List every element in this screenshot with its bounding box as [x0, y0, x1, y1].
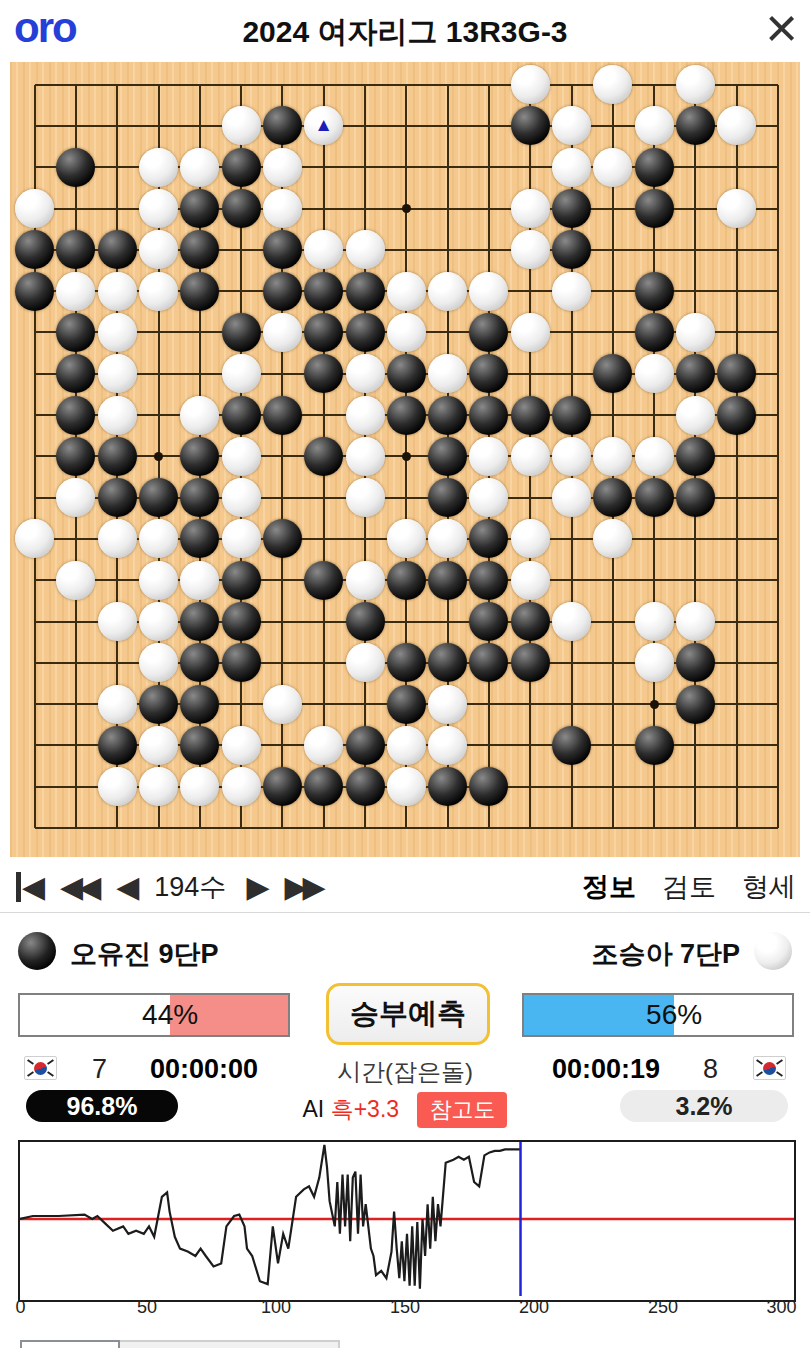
board-cell[interactable] [262, 147, 303, 188]
board-cell[interactable] [386, 394, 427, 435]
board-cell[interactable] [97, 560, 138, 601]
board-cell[interactable] [138, 518, 179, 559]
board-cell[interactable] [14, 560, 55, 601]
board-cell[interactable] [510, 436, 551, 477]
board-cell[interactable] [220, 436, 261, 477]
board-cell[interactable] [592, 683, 633, 724]
board-cell[interactable] [97, 601, 138, 642]
tab-review[interactable]: 검토 [662, 869, 716, 905]
board-cell[interactable] [551, 270, 592, 311]
board-cell[interactable] [551, 766, 592, 807]
board-cell[interactable] [97, 683, 138, 724]
board-cell[interactable] [220, 270, 261, 311]
board-cell[interactable] [551, 64, 592, 105]
board-cell[interactable] [303, 312, 344, 353]
board-cell[interactable] [303, 807, 344, 848]
board-cell[interactable] [427, 766, 468, 807]
board-cell[interactable] [262, 683, 303, 724]
board-cell[interactable] [344, 807, 385, 848]
board-cell[interactable] [344, 683, 385, 724]
board-cell[interactable] [757, 766, 798, 807]
board-cell[interactable] [303, 229, 344, 270]
board-cell[interactable] [633, 188, 674, 229]
board-cell[interactable] [468, 353, 509, 394]
board-cell[interactable] [386, 518, 427, 559]
board-cell[interactable] [716, 518, 757, 559]
board-cell[interactable] [427, 353, 468, 394]
board-cell[interactable] [427, 807, 468, 848]
board-cell[interactable] [262, 518, 303, 559]
board-cell[interactable] [262, 807, 303, 848]
board-cell[interactable] [551, 601, 592, 642]
board-cell[interactable] [468, 229, 509, 270]
board-cell[interactable] [757, 394, 798, 435]
board-cell[interactable] [757, 312, 798, 353]
board-cell[interactable] [179, 436, 220, 477]
board-cell[interactable] [97, 394, 138, 435]
board-cell[interactable] [55, 683, 96, 724]
board-cell[interactable] [716, 807, 757, 848]
board-cell[interactable] [179, 353, 220, 394]
board-cell[interactable] [675, 642, 716, 683]
board-cell[interactable] [344, 766, 385, 807]
board-cell[interactable] [386, 64, 427, 105]
board-cell[interactable] [633, 766, 674, 807]
board-cell[interactable] [303, 64, 344, 105]
board-cell[interactable] [592, 436, 633, 477]
board-cell[interactable] [510, 807, 551, 848]
board-cell[interactable] [138, 601, 179, 642]
board-cell[interactable] [344, 229, 385, 270]
board-cell[interactable] [757, 601, 798, 642]
board-cell[interactable] [675, 560, 716, 601]
board-cell[interactable] [510, 105, 551, 146]
board-cell[interactable] [551, 642, 592, 683]
board-cell[interactable] [757, 807, 798, 848]
board-cell[interactable] [427, 188, 468, 229]
board-cell[interactable] [262, 188, 303, 229]
board-cell[interactable] [592, 353, 633, 394]
board-cell[interactable] [303, 683, 344, 724]
board-cell[interactable] [14, 312, 55, 353]
board-cell[interactable] [510, 229, 551, 270]
board-cell[interactable] [510, 560, 551, 601]
board-cell[interactable] [344, 147, 385, 188]
board-cell[interactable] [55, 147, 96, 188]
board-cell[interactable] [344, 477, 385, 518]
board-cell[interactable] [551, 312, 592, 353]
board-cell[interactable] [55, 725, 96, 766]
board-cell[interactable] [716, 353, 757, 394]
board-cell[interactable] [138, 560, 179, 601]
board-cell[interactable] [138, 683, 179, 724]
board-cell[interactable] [138, 436, 179, 477]
board-cell[interactable] [386, 642, 427, 683]
board-cell[interactable] [427, 105, 468, 146]
board-cell[interactable] [344, 560, 385, 601]
board-cell[interactable] [675, 518, 716, 559]
board-cell[interactable] [633, 807, 674, 848]
board-cell[interactable] [55, 105, 96, 146]
board-cell[interactable] [592, 394, 633, 435]
board-cell[interactable] [551, 229, 592, 270]
board-cell[interactable] [220, 188, 261, 229]
board-cell[interactable] [592, 270, 633, 311]
board-cell[interactable] [468, 270, 509, 311]
board-cell[interactable] [344, 105, 385, 146]
board-cell[interactable] [386, 312, 427, 353]
board-cell[interactable] [675, 188, 716, 229]
board-cell[interactable] [97, 477, 138, 518]
board-cell[interactable] [179, 188, 220, 229]
board-cell[interactable] [468, 394, 509, 435]
board-cell[interactable] [138, 147, 179, 188]
board-cell[interactable] [592, 229, 633, 270]
board-cell[interactable] [592, 807, 633, 848]
board-cell[interactable] [179, 147, 220, 188]
prev-move-button[interactable]: ◀ [116, 872, 134, 902]
board-cell[interactable] [468, 807, 509, 848]
reference-diagram-button[interactable]: 참고도 [417, 1092, 507, 1128]
board-cell[interactable] [675, 147, 716, 188]
board-cell[interactable] [757, 353, 798, 394]
board-cell[interactable] [551, 477, 592, 518]
board-cell[interactable] [14, 229, 55, 270]
board-cell[interactable] [427, 64, 468, 105]
first-move-button[interactable]: ◀ [16, 872, 40, 902]
board-cell[interactable] [551, 188, 592, 229]
next-move-button[interactable]: ▶ [246, 872, 264, 902]
board-cell[interactable] [427, 683, 468, 724]
board-cell[interactable] [468, 188, 509, 229]
board-cell[interactable] [551, 353, 592, 394]
board-cell[interactable] [675, 436, 716, 477]
board-cell[interactable] [55, 560, 96, 601]
board-cell[interactable] [386, 105, 427, 146]
board-cell[interactable] [55, 353, 96, 394]
board-cell[interactable] [97, 147, 138, 188]
board-cell[interactable] [303, 353, 344, 394]
board-cell[interactable] [14, 353, 55, 394]
board-cell[interactable] [138, 229, 179, 270]
board-cell[interactable] [633, 229, 674, 270]
board-cell[interactable] [220, 477, 261, 518]
board-cell[interactable] [675, 766, 716, 807]
board-cell[interactable] [262, 64, 303, 105]
board-cell[interactable] [551, 560, 592, 601]
board-cell[interactable] [55, 229, 96, 270]
board-cell[interactable] [633, 642, 674, 683]
board-cell[interactable] [220, 64, 261, 105]
tab-territory[interactable]: 형세 [742, 869, 796, 905]
board-cell[interactable] [138, 642, 179, 683]
board-cell[interactable] [14, 436, 55, 477]
board-cell[interactable] [386, 725, 427, 766]
board-cell[interactable] [386, 560, 427, 601]
board-cell[interactable] [138, 188, 179, 229]
board-cell[interactable] [14, 766, 55, 807]
board-cell[interactable] [468, 683, 509, 724]
board-cell[interactable] [592, 64, 633, 105]
board-cell[interactable] [427, 312, 468, 353]
board-cell[interactable] [262, 560, 303, 601]
board-cell[interactable] [468, 642, 509, 683]
board-cell[interactable] [138, 64, 179, 105]
board-cell[interactable] [757, 147, 798, 188]
board-cell[interactable] [716, 601, 757, 642]
board-cell[interactable] [14, 394, 55, 435]
board-cell[interactable] [468, 312, 509, 353]
board-cell[interactable] [510, 188, 551, 229]
board-cell[interactable] [55, 394, 96, 435]
board-cell[interactable] [55, 312, 96, 353]
board-cell[interactable] [716, 394, 757, 435]
board-cell[interactable] [757, 229, 798, 270]
board-cell[interactable] [633, 312, 674, 353]
board-cell[interactable] [262, 766, 303, 807]
board-cell[interactable] [138, 105, 179, 146]
board-cell[interactable] [262, 270, 303, 311]
board-cell[interactable] [551, 394, 592, 435]
board-cell[interactable]: ▲ [303, 105, 344, 146]
board-cell[interactable] [386, 353, 427, 394]
board-cell[interactable] [14, 64, 55, 105]
board-cell[interactable] [138, 353, 179, 394]
board-cell[interactable] [510, 64, 551, 105]
board-cell[interactable] [138, 477, 179, 518]
board-cell[interactable] [55, 477, 96, 518]
go-board[interactable]: ▲ [10, 62, 800, 857]
board-cell[interactable] [97, 518, 138, 559]
board-cell[interactable] [179, 312, 220, 353]
board-cell[interactable] [344, 642, 385, 683]
board-cell[interactable] [757, 683, 798, 724]
board-cell[interactable] [386, 477, 427, 518]
board-cell[interactable] [757, 188, 798, 229]
board-cell[interactable] [592, 642, 633, 683]
board-cell[interactable] [427, 642, 468, 683]
board-cell[interactable] [97, 766, 138, 807]
close-icon[interactable]: × [765, 0, 798, 58]
board-cell[interactable] [757, 64, 798, 105]
board-cell[interactable] [592, 477, 633, 518]
board-cell[interactable] [386, 683, 427, 724]
board-cell[interactable] [427, 725, 468, 766]
board-cell[interactable] [220, 229, 261, 270]
board-cell[interactable] [97, 312, 138, 353]
board-cell[interactable] [386, 807, 427, 848]
board-cell[interactable] [427, 270, 468, 311]
board-cell[interactable] [262, 725, 303, 766]
board-cell[interactable] [427, 518, 468, 559]
board-cell[interactable] [220, 766, 261, 807]
board-cell[interactable] [220, 147, 261, 188]
board-cell[interactable] [344, 188, 385, 229]
board-cell[interactable] [675, 477, 716, 518]
board-cell[interactable] [55, 64, 96, 105]
board-cell[interactable] [386, 436, 427, 477]
board-cell[interactable] [633, 436, 674, 477]
board-cell[interactable] [468, 560, 509, 601]
board-cell[interactable] [592, 105, 633, 146]
board-cell[interactable] [716, 312, 757, 353]
board-cell[interactable] [179, 725, 220, 766]
board-cell[interactable] [14, 270, 55, 311]
board-cell[interactable] [303, 642, 344, 683]
fast-forward-button[interactable]: ▶▶ [284, 872, 320, 902]
board-cell[interactable] [592, 312, 633, 353]
board-cell[interactable] [716, 105, 757, 146]
board-cell[interactable] [510, 518, 551, 559]
board-cell[interactable] [468, 601, 509, 642]
board-cell[interactable] [716, 477, 757, 518]
board-cell[interactable] [592, 725, 633, 766]
board-cell[interactable] [551, 683, 592, 724]
board-cell[interactable] [633, 64, 674, 105]
board-cell[interactable] [220, 601, 261, 642]
board-cell[interactable] [427, 601, 468, 642]
board-cell[interactable] [427, 560, 468, 601]
board-cell[interactable] [220, 394, 261, 435]
board-cell[interactable] [220, 642, 261, 683]
board-cell[interactable] [675, 601, 716, 642]
board-cell[interactable] [179, 105, 220, 146]
board-cell[interactable] [468, 147, 509, 188]
board-cell[interactable] [510, 312, 551, 353]
board-cell[interactable] [55, 188, 96, 229]
board-cell[interactable] [675, 312, 716, 353]
board-cell[interactable] [303, 560, 344, 601]
board-cell[interactable] [344, 64, 385, 105]
board-cell[interactable] [675, 394, 716, 435]
board-cell[interactable] [220, 725, 261, 766]
board-cell[interactable] [427, 147, 468, 188]
board-cell[interactable] [510, 642, 551, 683]
board-cell[interactable] [468, 477, 509, 518]
board-cell[interactable] [303, 766, 344, 807]
board-cell[interactable] [633, 725, 674, 766]
board-cell[interactable] [633, 560, 674, 601]
board-cell[interactable] [468, 725, 509, 766]
board-cell[interactable] [757, 105, 798, 146]
winrate-graph[interactable] [18, 1140, 796, 1302]
board-cell[interactable] [179, 807, 220, 848]
board-cell[interactable] [303, 725, 344, 766]
board-cell[interactable] [633, 353, 674, 394]
board-cell[interactable] [675, 270, 716, 311]
board-cell[interactable] [179, 560, 220, 601]
board-cell[interactable] [303, 188, 344, 229]
board-cell[interactable] [386, 270, 427, 311]
board-cell[interactable] [220, 560, 261, 601]
board-cell[interactable] [179, 601, 220, 642]
board-cell[interactable] [262, 642, 303, 683]
board-cell[interactable] [262, 312, 303, 353]
board-cell[interactable] [14, 477, 55, 518]
board-cell[interactable] [303, 394, 344, 435]
board-cell[interactable] [97, 642, 138, 683]
board-cell[interactable] [179, 683, 220, 724]
board-cell[interactable] [220, 105, 261, 146]
board-cell[interactable] [97, 105, 138, 146]
board-cell[interactable] [179, 229, 220, 270]
board-cell[interactable] [633, 477, 674, 518]
board-cell[interactable] [14, 601, 55, 642]
board-cell[interactable] [551, 807, 592, 848]
board-cell[interactable] [344, 312, 385, 353]
board-cell[interactable] [97, 807, 138, 848]
board-cell[interactable] [716, 270, 757, 311]
board-cell[interactable] [220, 518, 261, 559]
board-cell[interactable] [344, 394, 385, 435]
board-cell[interactable] [55, 601, 96, 642]
board-cell[interactable] [757, 642, 798, 683]
board-cell[interactable] [551, 518, 592, 559]
board-cell[interactable] [592, 518, 633, 559]
board-cell[interactable] [468, 436, 509, 477]
board-cell[interactable] [97, 188, 138, 229]
board-cell[interactable] [716, 147, 757, 188]
board-cell[interactable] [14, 188, 55, 229]
board-cell[interactable] [633, 683, 674, 724]
board-cell[interactable] [179, 394, 220, 435]
board-cell[interactable] [179, 518, 220, 559]
board-cell[interactable] [551, 436, 592, 477]
board-cell[interactable] [551, 725, 592, 766]
board-cell[interactable] [675, 683, 716, 724]
board-cell[interactable] [510, 601, 551, 642]
board-cell[interactable] [303, 436, 344, 477]
board-cell[interactable] [179, 64, 220, 105]
board-cell[interactable] [97, 229, 138, 270]
board-cell[interactable] [97, 353, 138, 394]
board-cell[interactable] [675, 725, 716, 766]
board-cell[interactable] [344, 436, 385, 477]
board-cell[interactable] [716, 560, 757, 601]
board-cell[interactable] [55, 518, 96, 559]
board-cell[interactable] [675, 807, 716, 848]
board-cell[interactable] [220, 807, 261, 848]
board-cell[interactable] [138, 766, 179, 807]
board-cell[interactable] [427, 436, 468, 477]
board-cell[interactable] [386, 766, 427, 807]
board-cell[interactable] [510, 147, 551, 188]
board-cell[interactable] [633, 601, 674, 642]
board-cell[interactable] [551, 147, 592, 188]
board-cell[interactable] [716, 683, 757, 724]
board-cell[interactable] [97, 270, 138, 311]
board-cell[interactable] [675, 64, 716, 105]
board-cell[interactable] [14, 105, 55, 146]
board-cell[interactable] [510, 683, 551, 724]
board-cell[interactable] [97, 436, 138, 477]
board-cell[interactable] [468, 518, 509, 559]
board-cell[interactable] [510, 394, 551, 435]
board-cell[interactable] [303, 601, 344, 642]
board-cell[interactable] [757, 560, 798, 601]
board-cell[interactable] [14, 807, 55, 848]
board-cell[interactable] [262, 105, 303, 146]
board-cell[interactable] [220, 353, 261, 394]
tab-info[interactable]: 정보 [582, 869, 636, 905]
board-cell[interactable] [675, 105, 716, 146]
board-cell[interactable] [633, 105, 674, 146]
board-cell[interactable] [14, 642, 55, 683]
board-cell[interactable] [303, 518, 344, 559]
board-cell[interactable] [757, 477, 798, 518]
board-cell[interactable] [716, 766, 757, 807]
board-cell[interactable] [179, 766, 220, 807]
